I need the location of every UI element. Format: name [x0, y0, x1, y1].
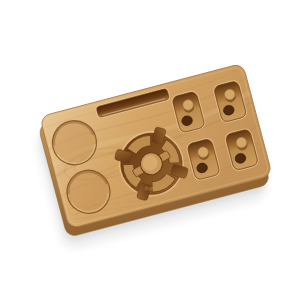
product-photo-canvas [0, 0, 300, 300]
product-photo [0, 0, 300, 300]
